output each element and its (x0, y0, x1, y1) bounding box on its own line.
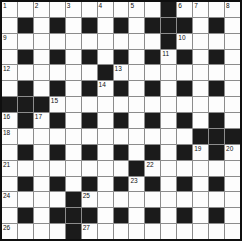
grid-cell-r3c8[interactable] (129, 50, 144, 65)
grid-cell-r10c3[interactable] (50, 161, 65, 176)
grid-cell-r8c9[interactable] (145, 129, 160, 144)
grid-cell-r12c2[interactable] (34, 192, 49, 207)
block-cell-r1c7 (114, 18, 129, 33)
grid-cell-r14c7[interactable] (114, 224, 129, 239)
grid-cell-r5c2[interactable] (34, 81, 49, 96)
grid-cell-r10c11[interactable] (177, 161, 192, 176)
clue-number-5: 5 (130, 2, 134, 10)
block-cell-r1c11 (177, 18, 192, 33)
grid-cell-r10c13[interactable] (209, 161, 224, 176)
block-cell-r2c10 (161, 34, 176, 49)
grid-cell-r4c4[interactable] (66, 65, 81, 80)
grid-cell-r0c8[interactable]: 5 (129, 2, 144, 17)
grid-cell-r6c9[interactable] (145, 97, 160, 112)
block-cell-r1c10 (161, 18, 176, 33)
block-cell-r6c0 (2, 97, 17, 112)
block-cell-r13c13 (209, 208, 224, 223)
grid-cell-r6c5[interactable] (82, 97, 97, 112)
grid-cell-r10c14[interactable] (225, 161, 240, 176)
grid-cell-r10c10[interactable] (161, 161, 176, 176)
grid-cell-r12c3[interactable] (50, 192, 65, 207)
crossword-grid: 1234567891011121314151617181920212223242… (0, 0, 242, 241)
grid-cell-r2c9[interactable] (145, 34, 160, 49)
grid-cell-r2c14[interactable] (225, 34, 240, 49)
grid-cell-r7c2[interactable]: 17 (34, 113, 49, 128)
block-cell-r5c7 (114, 81, 129, 96)
block-cell-r9c13 (209, 145, 224, 160)
grid-cell-r14c1[interactable] (18, 224, 33, 239)
grid-cell-r10c12[interactable] (193, 161, 208, 176)
grid-cell-r8c5[interactable] (82, 129, 97, 144)
grid-cell-r0c1[interactable] (18, 2, 33, 17)
grid-cell-r7c6[interactable] (98, 113, 113, 128)
clue-number-26: 26 (3, 224, 10, 232)
grid-cell-r0c13[interactable] (209, 2, 224, 17)
clue-number-27: 27 (83, 224, 90, 232)
grid-cell-r2c11[interactable]: 10 (177, 34, 192, 49)
block-cell-r7c11 (177, 113, 192, 128)
grid-cell-r8c7[interactable] (114, 129, 129, 144)
grid-cell-r0c6[interactable]: 4 (98, 2, 113, 17)
grid-cell-r14c2[interactable] (34, 224, 49, 239)
grid-cell-r6c12[interactable] (193, 97, 208, 112)
grid-cell-r1c8[interactable] (129, 18, 144, 33)
grid-cell-r5c12[interactable] (193, 81, 208, 96)
block-cell-r1c3 (50, 18, 65, 33)
grid-cell-r14c5[interactable]: 27 (82, 224, 97, 239)
grid-cell-r6c4[interactable] (66, 97, 81, 112)
clue-number-3: 3 (67, 2, 71, 10)
block-cell-r5c3 (50, 81, 65, 96)
grid-cell-r7c12[interactable] (193, 113, 208, 128)
grid-cell-r8c11[interactable] (177, 129, 192, 144)
block-cell-r1c5 (82, 18, 97, 33)
grid-cell-r9c12[interactable]: 19 (193, 145, 208, 160)
block-cell-r3c7 (114, 50, 129, 65)
clue-number-1: 1 (3, 2, 7, 10)
grid-cell-r2c0[interactable]: 9 (2, 34, 17, 49)
grid-cell-r10c0[interactable]: 21 (2, 161, 17, 176)
grid-cell-r12c6[interactable] (98, 192, 113, 207)
grid-cell-r13c0[interactable] (2, 208, 17, 223)
block-cell-r9c11 (177, 145, 192, 160)
grid-cell-r13c10[interactable] (161, 208, 176, 223)
block-cell-r7c1 (18, 113, 33, 128)
grid-cell-r9c14[interactable]: 20 (225, 145, 240, 160)
grid-cell-r3c14[interactable] (225, 50, 240, 65)
grid-cell-r8c8[interactable] (129, 129, 144, 144)
grid-cell-r1c14[interactable] (225, 18, 240, 33)
block-cell-r7c13 (209, 113, 224, 128)
clue-number-22: 22 (146, 161, 153, 169)
grid-cell-r1c12[interactable] (193, 18, 208, 33)
grid-cell-r4c0[interactable]: 12 (2, 65, 17, 80)
grid-cell-r5c8[interactable] (129, 81, 144, 96)
grid-cell-r13c12[interactable] (193, 208, 208, 223)
grid-cell-r11c10[interactable] (161, 177, 176, 192)
grid-cell-r0c2[interactable]: 2 (34, 2, 49, 17)
clue-number-8: 8 (226, 2, 230, 10)
block-cell-r13c7 (114, 208, 129, 223)
grid-cell-r2c2[interactable] (34, 34, 49, 49)
grid-cell-r13c6[interactable] (98, 208, 113, 223)
grid-cell-r14c13[interactable] (209, 224, 224, 239)
grid-cell-r11c4[interactable] (66, 177, 81, 192)
grid-cell-r12c7[interactable] (114, 192, 129, 207)
grid-cell-r6c3[interactable]: 15 (50, 97, 65, 112)
grid-cell-r5c6[interactable]: 14 (98, 81, 113, 96)
block-cell-r5c11 (177, 81, 192, 96)
block-cell-r3c9 (145, 50, 160, 65)
clue-number-21: 21 (3, 161, 10, 169)
block-cell-r0c10 (161, 2, 176, 17)
grid-cell-r8c3[interactable] (50, 129, 65, 144)
grid-cell-r10c5[interactable] (82, 161, 97, 176)
grid-cell-r12c5[interactable]: 25 (82, 192, 97, 207)
grid-cell-r0c5[interactable] (82, 2, 97, 17)
grid-cell-r11c6[interactable] (98, 177, 113, 192)
grid-cell-r8c0[interactable]: 18 (2, 129, 17, 144)
block-cell-r13c5 (82, 208, 97, 223)
grid-cell-r0c14[interactable]: 8 (225, 2, 240, 17)
grid-cell-r3c4[interactable] (66, 50, 81, 65)
grid-cell-r1c4[interactable] (66, 18, 81, 33)
grid-cell-r3c0[interactable] (2, 50, 17, 65)
clue-number-4: 4 (99, 2, 103, 10)
grid-cell-r10c6[interactable] (98, 161, 113, 176)
grid-cell-r4c14[interactable] (225, 65, 240, 80)
grid-cell-r1c6[interactable] (98, 18, 113, 33)
grid-cell-r10c7[interactable] (114, 161, 129, 176)
block-cell-r11c11 (177, 177, 192, 192)
block-cell-r3c5 (82, 50, 97, 65)
block-cell-r7c5 (82, 113, 97, 128)
block-cell-r8c13 (209, 129, 224, 144)
grid-cell-r2c3[interactable] (50, 34, 65, 49)
grid-cell-r13c2[interactable] (34, 208, 49, 223)
block-cell-r5c1 (18, 81, 33, 96)
grid-cell-r5c4[interactable] (66, 81, 81, 96)
grid-cell-r7c10[interactable] (161, 113, 176, 128)
grid-cell-r9c6[interactable] (98, 145, 113, 160)
clue-number-6: 6 (178, 2, 182, 10)
clue-number-20: 20 (226, 145, 233, 153)
grid-cell-r11c14[interactable] (225, 177, 240, 192)
grid-cell-r4c11[interactable] (177, 65, 192, 80)
grid-cell-r3c6[interactable] (98, 50, 113, 65)
clue-number-25: 25 (83, 192, 90, 200)
grid-cell-r8c2[interactable] (34, 129, 49, 144)
grid-cell-r8c4[interactable] (66, 129, 81, 144)
clue-number-19: 19 (194, 145, 201, 153)
block-cell-r5c13 (209, 81, 224, 96)
grid-cell-r12c1[interactable] (18, 192, 33, 207)
block-cell-r1c9 (145, 18, 160, 33)
grid-cell-r6c13[interactable] (209, 97, 224, 112)
grid-cell-r14c3[interactable] (50, 224, 65, 239)
grid-cell-r0c12[interactable]: 7 (193, 2, 208, 17)
clue-number-2: 2 (35, 2, 39, 10)
grid-cell-r12c9[interactable] (145, 192, 160, 207)
grid-cell-r4c13[interactable] (209, 65, 224, 80)
grid-cell-r8c1[interactable] (18, 129, 33, 144)
grid-cell-r14c8[interactable] (129, 224, 144, 239)
grid-cell-r14c12[interactable] (193, 224, 208, 239)
clue-number-14: 14 (99, 81, 106, 89)
clue-number-16: 16 (3, 113, 10, 121)
grid-cell-r6c14[interactable] (225, 97, 240, 112)
grid-cell-r10c2[interactable] (34, 161, 49, 176)
block-cell-r10c8 (129, 161, 144, 176)
grid-cell-r12c10[interactable] (161, 192, 176, 207)
grid-cell-r10c9[interactable]: 22 (145, 161, 160, 176)
clue-number-23: 23 (130, 177, 137, 185)
grid-cell-r0c11[interactable]: 6 (177, 2, 192, 17)
grid-cell-r9c0[interactable] (2, 145, 17, 160)
grid-cell-r0c9[interactable] (145, 2, 160, 17)
grid-cell-r2c12[interactable] (193, 34, 208, 49)
block-cell-r11c1 (18, 177, 33, 192)
block-cell-r13c9 (145, 208, 160, 223)
grid-cell-r12c14[interactable] (225, 192, 240, 207)
grid-cell-r8c10[interactable] (161, 129, 176, 144)
clue-number-10: 10 (178, 34, 185, 42)
block-cell-r13c3 (50, 208, 65, 223)
grid-cell-r13c14[interactable] (225, 208, 240, 223)
grid-cell-r5c10[interactable] (161, 81, 176, 96)
clue-number-12: 12 (3, 65, 10, 73)
grid-cell-r9c8[interactable] (129, 145, 144, 160)
grid-cell-r0c3[interactable] (50, 2, 65, 17)
grid-cell-r6c11[interactable] (177, 97, 192, 112)
grid-cell-r13c8[interactable] (129, 208, 144, 223)
grid-cell-r2c7[interactable] (114, 34, 129, 49)
grid-cell-r2c8[interactable] (129, 34, 144, 49)
block-cell-r3c13 (209, 50, 224, 65)
block-cell-r9c9 (145, 145, 160, 160)
block-cell-r3c3 (50, 50, 65, 65)
grid-cell-r0c0[interactable]: 1 (2, 2, 17, 17)
grid-cell-r6c8[interactable] (129, 97, 144, 112)
grid-cell-r4c7[interactable]: 13 (114, 65, 129, 80)
clue-number-15: 15 (51, 97, 58, 105)
block-cell-r11c5 (82, 177, 97, 192)
block-cell-r1c1 (18, 18, 33, 33)
crossword-board: 1234567891011121314151617181920212223242… (0, 0, 242, 241)
grid-cell-r3c12[interactable] (193, 50, 208, 65)
grid-cell-r12c12[interactable] (193, 192, 208, 207)
block-cell-r4c6 (98, 65, 113, 80)
block-cell-r11c7 (114, 177, 129, 192)
grid-cell-r5c14[interactable] (225, 81, 240, 96)
block-cell-r8c14 (225, 129, 240, 144)
clue-number-9: 9 (3, 34, 7, 42)
grid-cell-r1c0[interactable] (2, 18, 17, 33)
grid-cell-r6c7[interactable] (114, 97, 129, 112)
grid-cell-r14c0[interactable]: 26 (2, 224, 17, 239)
block-cell-r7c3 (50, 113, 65, 128)
grid-cell-r11c0[interactable] (2, 177, 17, 192)
grid-cell-r12c0[interactable]: 24 (2, 192, 17, 207)
clue-number-7: 7 (194, 2, 198, 10)
grid-cell-r1c2[interactable] (34, 18, 49, 33)
grid-cell-r9c2[interactable] (34, 145, 49, 160)
block-cell-r12c4 (66, 192, 81, 207)
grid-cell-r4c2[interactable] (34, 65, 49, 80)
block-cell-r11c9 (145, 177, 160, 192)
block-cell-r11c13 (209, 177, 224, 192)
block-cell-r9c1 (18, 145, 33, 160)
block-cell-r13c1 (18, 208, 33, 223)
grid-cell-r7c4[interactable] (66, 113, 81, 128)
grid-cell-r14c9[interactable] (145, 224, 160, 239)
block-cell-r7c9 (145, 113, 160, 128)
clue-number-24: 24 (3, 192, 10, 200)
grid-cell-r7c0[interactable]: 16 (2, 113, 17, 128)
grid-cell-r0c4[interactable]: 3 (66, 2, 81, 17)
grid-cell-r10c1[interactable] (18, 161, 33, 176)
block-cell-r6c1 (18, 97, 33, 112)
grid-cell-r12c11[interactable] (177, 192, 192, 207)
grid-cell-r2c6[interactable] (98, 34, 113, 49)
grid-cell-r10c4[interactable] (66, 161, 81, 176)
clue-number-13: 13 (115, 65, 122, 73)
grid-cell-r4c5[interactable] (82, 65, 97, 80)
grid-cell-r8c6[interactable] (98, 129, 113, 144)
grid-cell-r6c6[interactable] (98, 97, 113, 112)
grid-cell-r4c9[interactable] (145, 65, 160, 80)
block-cell-r9c3 (50, 145, 65, 160)
clue-number-18: 18 (3, 129, 10, 137)
grid-cell-r14c11[interactable] (177, 224, 192, 239)
grid-cell-r2c1[interactable] (18, 34, 33, 49)
grid-cell-r3c2[interactable] (34, 50, 49, 65)
block-cell-r13c4 (66, 208, 81, 223)
block-cell-r8c12 (193, 129, 208, 144)
block-cell-r9c7 (114, 145, 129, 160)
grid-cell-r3c10[interactable]: 11 (161, 50, 176, 65)
clue-number-17: 17 (35, 113, 42, 121)
grid-cell-r2c13[interactable] (209, 34, 224, 49)
grid-cell-r14c6[interactable] (98, 224, 113, 239)
grid-cell-r7c14[interactable] (225, 113, 240, 128)
block-cell-r14c4 (66, 224, 81, 239)
grid-cell-r7c8[interactable] (129, 113, 144, 128)
grid-cell-r4c1[interactable] (18, 65, 33, 80)
grid-cell-r9c10[interactable] (161, 145, 176, 160)
grid-cell-r4c12[interactable] (193, 65, 208, 80)
grid-cell-r12c13[interactable] (209, 192, 224, 207)
block-cell-r1c13 (209, 18, 224, 33)
grid-cell-r14c14[interactable] (225, 224, 240, 239)
grid-cell-r2c4[interactable] (66, 34, 81, 49)
grid-cell-r4c8[interactable] (129, 65, 144, 80)
grid-cell-r2c5[interactable] (82, 34, 97, 49)
block-cell-r5c9 (145, 81, 160, 96)
grid-cell-r11c2[interactable] (34, 177, 49, 192)
grid-cell-r11c12[interactable] (193, 177, 208, 192)
block-cell-r6c2 (34, 97, 49, 112)
grid-cell-r4c3[interactable] (50, 65, 65, 80)
grid-cell-r9c4[interactable] (66, 145, 81, 160)
block-cell-r11c3 (50, 177, 65, 192)
grid-cell-r14c10[interactable] (161, 224, 176, 239)
block-cell-r7c7 (114, 113, 129, 128)
grid-cell-r11c8[interactable]: 23 (129, 177, 144, 192)
grid-cell-r4c10[interactable] (161, 65, 176, 80)
clue-number-11: 11 (162, 50, 169, 58)
block-cell-r3c11 (177, 50, 192, 65)
grid-cell-r12c8[interactable] (129, 192, 144, 207)
block-cell-r3c1 (18, 50, 33, 65)
block-cell-r5c5 (82, 81, 97, 96)
grid-cell-r5c0[interactable] (2, 81, 17, 96)
block-cell-r13c11 (177, 208, 192, 223)
grid-cell-r0c7[interactable] (114, 2, 129, 17)
block-cell-r9c5 (82, 145, 97, 160)
grid-cell-r6c10[interactable] (161, 97, 176, 112)
